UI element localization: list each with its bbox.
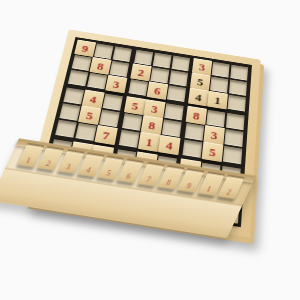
grid-cell-r5c1[interactable] [59, 103, 80, 121]
number-tile-4[interactable]: 4 [188, 88, 209, 107]
grid-cell-r5c5[interactable]: 8 [142, 116, 162, 134]
grid-cell-r6c8[interactable]: 5 [203, 143, 223, 161]
grid-cell-r1c5[interactable] [153, 53, 172, 69]
grid-cell-r4c8[interactable] [206, 110, 225, 127]
number-tile-5[interactable]: 5 [202, 142, 224, 162]
grid-block: 835 [182, 107, 244, 165]
grid-block: 53814 [119, 97, 184, 154]
number-tile-5[interactable]: 5 [78, 105, 101, 125]
grid-cell-r1c3[interactable] [113, 46, 132, 62]
grid-cell-r5c7[interactable] [185, 123, 205, 141]
grid-cell-r4c2[interactable]: 4 [83, 90, 104, 107]
grid-cell-r2c2[interactable]: 8 [91, 58, 111, 74]
product-photo: 98326354145753814835715416975 1234567891… [0, 0, 300, 300]
grid-block: 983 [68, 40, 132, 92]
grid-cell-r1c6[interactable] [171, 55, 190, 71]
grid-cell-r4c9[interactable] [226, 113, 245, 130]
grid-cell-r6c5[interactable]: 1 [139, 133, 159, 151]
grid-cell-r5c8[interactable]: 3 [205, 126, 224, 144]
grid-cell-r6c2[interactable] [75, 123, 96, 141]
grid-cell-r6c1[interactable] [55, 120, 77, 138]
number-tile-3[interactable]: 3 [105, 75, 127, 93]
grid-cell-r6c7[interactable] [182, 140, 202, 158]
grid-cell-r3c8[interactable]: 1 [208, 92, 227, 109]
grid-cell-r6c3[interactable]: 7 [96, 126, 117, 144]
grid-cell-r2c6[interactable] [169, 70, 188, 86]
grid-cell-r2c1[interactable] [72, 55, 92, 71]
number-tile-1[interactable]: 1 [138, 132, 161, 152]
grid-cell-r5c2[interactable]: 5 [79, 106, 100, 124]
grid-cell-r5c6[interactable] [162, 119, 182, 137]
grid-cell-r3c2[interactable] [87, 73, 107, 90]
number-tile-6[interactable]: 6 [147, 81, 169, 100]
grid-cell-r3c9[interactable] [228, 95, 246, 112]
number-tile-8[interactable]: 8 [186, 106, 207, 125]
grid-cell-r6c4[interactable] [119, 130, 140, 148]
grid-block: 26 [128, 50, 190, 102]
grid-cell-r4c7[interactable]: 8 [187, 107, 206, 124]
grid-cell-r5c9[interactable] [224, 129, 243, 147]
grid-cell-r3c6[interactable] [167, 85, 186, 102]
grid-cell-r4c5[interactable]: 3 [145, 100, 165, 117]
grid-cell-r1c1[interactable]: 9 [75, 40, 95, 56]
grid-cell-r6c6[interactable]: 4 [159, 136, 179, 154]
grid-cell-r5c4[interactable] [122, 113, 142, 131]
grid-cell-r3c3[interactable]: 3 [106, 76, 126, 93]
grid-cell-r2c9[interactable] [229, 79, 247, 95]
number-tile-1[interactable]: 1 [207, 91, 228, 110]
grid-cell-r4c6[interactable] [164, 103, 184, 120]
grid-cell-r4c4[interactable]: 5 [125, 97, 145, 114]
grid-cell-r3c7[interactable]: 4 [189, 89, 208, 106]
grid-cell-r3c4[interactable] [128, 79, 148, 96]
number-tile-7[interactable]: 7 [94, 125, 117, 145]
grid-cell-r6c9[interactable] [223, 146, 242, 164]
grid-block: 457 [55, 87, 123, 144]
grid-cell-r5c3[interactable] [99, 110, 120, 128]
grid-cell-r1c8[interactable] [212, 62, 230, 78]
grid-cell-r3c1[interactable] [68, 70, 88, 87]
grid-cell-r4c1[interactable] [63, 87, 84, 104]
grid-cell-r4c3[interactable] [103, 94, 123, 111]
grid-cell-r1c9[interactable] [230, 65, 248, 81]
number-tile-4[interactable]: 4 [158, 135, 180, 155]
grid-cell-r3c5[interactable]: 6 [148, 82, 167, 99]
grid-block: 3541 [189, 59, 248, 112]
grid-cell-r2c4[interactable]: 2 [131, 64, 150, 80]
